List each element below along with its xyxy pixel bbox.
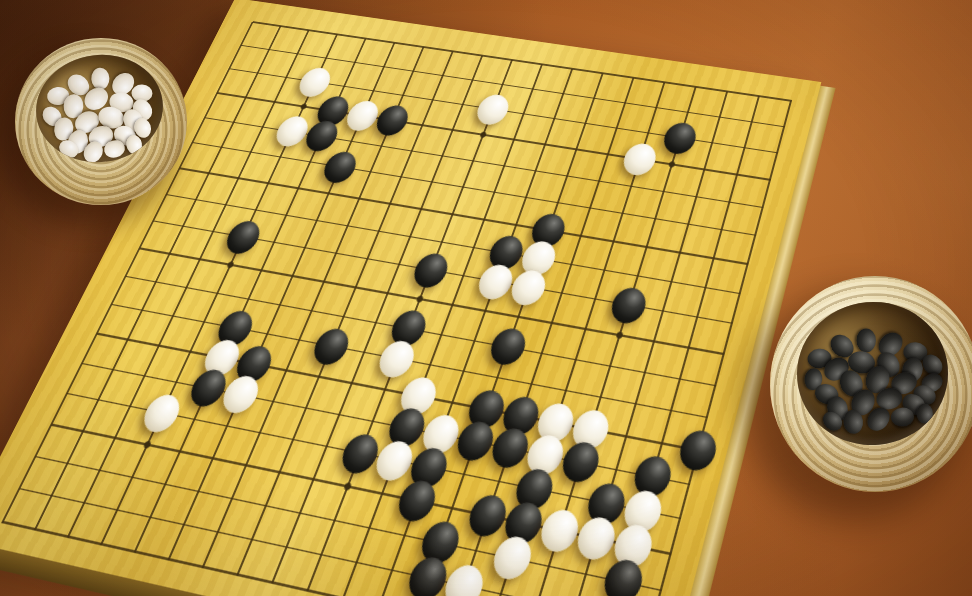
black-stone[interactable] xyxy=(607,285,650,325)
black-bowl-opening xyxy=(791,296,954,451)
black-bowl-stone[interactable] xyxy=(856,328,876,352)
black-stone[interactable] xyxy=(221,219,265,256)
star-point xyxy=(616,331,624,339)
star-point xyxy=(226,261,234,268)
white-bowl-stone[interactable] xyxy=(90,66,109,89)
white-bowl-opening xyxy=(30,47,169,169)
star-point xyxy=(343,482,352,491)
star-point xyxy=(668,161,675,168)
white-stone[interactable] xyxy=(620,142,660,178)
black-stone[interactable] xyxy=(660,121,699,156)
white-stone[interactable] xyxy=(374,338,419,380)
black-bowl-stone[interactable] xyxy=(916,403,932,423)
white-stone[interactable] xyxy=(295,66,335,99)
black-stone[interactable] xyxy=(409,251,452,290)
white-stone[interactable] xyxy=(473,92,513,126)
white-stone[interactable] xyxy=(138,392,185,435)
black-stone[interactable] xyxy=(309,326,354,367)
star-point xyxy=(479,131,487,137)
white-stone[interactable] xyxy=(536,507,583,555)
white-stone[interactable] xyxy=(474,262,517,301)
table-surface xyxy=(0,0,972,596)
black-stone[interactable] xyxy=(486,326,530,368)
grid-line-horizontal xyxy=(252,21,792,101)
star-point xyxy=(300,103,308,109)
black-stone[interactable] xyxy=(676,428,720,474)
white-stone[interactable] xyxy=(507,268,550,308)
black-bowl-stone[interactable] xyxy=(891,407,915,427)
star-point xyxy=(416,295,424,302)
white-stone-bowl[interactable] xyxy=(15,38,187,205)
star-point xyxy=(143,441,152,449)
black-stone[interactable] xyxy=(464,492,511,539)
white-stone[interactable] xyxy=(440,562,488,596)
black-stone[interactable] xyxy=(319,149,361,184)
black-stone-bowl[interactable] xyxy=(770,276,972,492)
